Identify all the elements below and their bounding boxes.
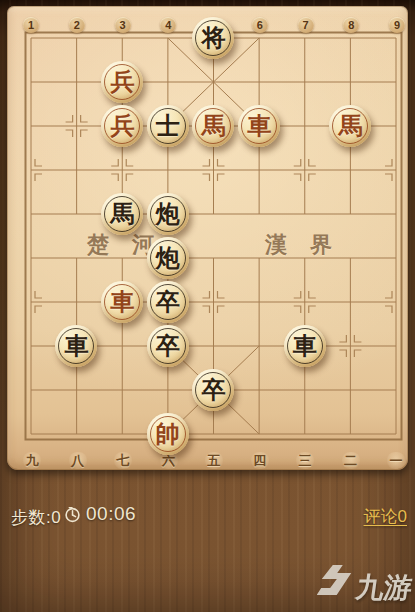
piece-character: 車 <box>284 325 326 367</box>
timer: 00:06 <box>64 503 136 525</box>
piece-character: 馬 <box>329 105 371 147</box>
piece-character: 車 <box>238 105 280 147</box>
move-count: 步数:0 <box>11 506 61 529</box>
clock-icon <box>64 506 81 523</box>
piece-red-兵[interactable]: 兵 <box>101 105 143 147</box>
piece-character: 炮 <box>147 193 189 235</box>
jiuyou-logo-icon <box>317 562 353 602</box>
piece-character: 将 <box>192 17 234 59</box>
piece-black-車[interactable]: 車 <box>284 325 326 367</box>
pieces-grid[interactable]: 将兵兵士馬車馬馬炮炮車卒車卒車卒帥 <box>8 16 415 456</box>
piece-red-帥[interactable]: 帥 <box>147 413 189 455</box>
piece-black-馬[interactable]: 馬 <box>101 193 143 235</box>
piece-red-馬[interactable]: 馬 <box>192 105 234 147</box>
piece-red-兵[interactable]: 兵 <box>101 61 143 103</box>
piece-red-車[interactable]: 車 <box>238 105 280 147</box>
piece-character: 車 <box>101 281 143 323</box>
piece-character: 帥 <box>147 413 189 455</box>
piece-red-車[interactable]: 車 <box>101 281 143 323</box>
piece-character: 卒 <box>147 325 189 367</box>
jiuyou-logo: 九游 <box>317 562 412 602</box>
piece-character: 車 <box>55 325 97 367</box>
piece-character: 卒 <box>192 369 234 411</box>
timer-value: 00:06 <box>86 503 136 525</box>
xiangqi-board: 123456789 楚河 漢界 九八七六五四三二一 将兵兵士馬車馬馬炮炮車卒車卒… <box>7 6 408 470</box>
piece-character: 馬 <box>101 193 143 235</box>
piece-character: 卒 <box>147 281 189 323</box>
piece-black-車[interactable]: 車 <box>55 325 97 367</box>
piece-black-炮[interactable]: 炮 <box>147 193 189 235</box>
comments-link[interactable]: 评论0 <box>364 505 407 528</box>
piece-character: 馬 <box>192 105 234 147</box>
piece-character: 兵 <box>101 105 143 147</box>
piece-black-卒[interactable]: 卒 <box>147 325 189 367</box>
piece-black-卒[interactable]: 卒 <box>147 281 189 323</box>
piece-character: 兵 <box>101 61 143 103</box>
status-bar: 步数:0 00:06 评论0 <box>0 470 415 530</box>
jiuyou-logo-text: 九游 <box>354 574 414 602</box>
piece-black-炮[interactable]: 炮 <box>147 237 189 279</box>
piece-black-士[interactable]: 士 <box>147 105 189 147</box>
piece-black-将[interactable]: 将 <box>192 17 234 59</box>
piece-red-馬[interactable]: 馬 <box>329 105 371 147</box>
piece-character: 炮 <box>147 237 189 279</box>
piece-character: 士 <box>147 105 189 147</box>
xiangqi-app-screen: 123456789 楚河 漢界 九八七六五四三二一 将兵兵士馬車馬馬炮炮車卒車卒… <box>0 0 415 612</box>
piece-black-卒[interactable]: 卒 <box>192 369 234 411</box>
